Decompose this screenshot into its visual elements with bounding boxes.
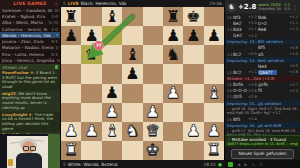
black-eval: +1.0 <box>289 52 298 56</box>
white-rook: ♜ <box>64 142 78 158</box>
move-list: 12.Nf3+1.0Bd6+1.1Be2+1.0O-O+1.113.Bd3+1.… <box>225 14 300 135</box>
black-eval: +2.7 <box>289 83 298 87</box>
chat-message: PawnPusher ♛: If Board 1-3 RUST but the … <box>0 70 60 91</box>
square-e1[interactable]: ♚ <box>143 141 163 160</box>
square-g6[interactable] <box>183 45 203 64</box>
square-h6[interactable] <box>204 45 224 64</box>
white-move[interactable]: Bc2 <box>233 70 248 75</box>
black-bishop: ♝ <box>105 9 119 25</box>
board-number: 5 <box>63 162 66 167</box>
black-knight: ♞ <box>166 47 180 63</box>
game-row[interactable]: Sorensen – Gwadera, W.0-1 <box>0 7 60 13</box>
engine-info: depth 24/56 · 2.1 MN/s Stockfish 16 · 4 … <box>258 3 290 11</box>
square-g1[interactable] <box>183 141 203 160</box>
black-eval: +0.8 <box>289 46 298 50</box>
square-e3[interactable]: ♟ <box>143 103 163 122</box>
white-queen: ♛ <box>146 123 160 139</box>
square-a6[interactable] <box>61 45 81 64</box>
square-f3[interactable] <box>163 103 183 122</box>
games-rows: Sorensen – Gwadera, W.0-1Kratek – Ngbod,… <box>0 7 60 64</box>
square-h1[interactable]: ♜ <box>204 141 224 160</box>
square-d5[interactable]: ♟ <box>122 64 142 83</box>
white-pawn: ♟ <box>166 85 180 101</box>
white-move[interactable]: Bd3 <box>233 27 248 32</box>
square-f7[interactable]: ♟ <box>163 26 183 45</box>
white-pawn: ♟ <box>105 104 119 120</box>
stream-app: LIVE GAMES ⌕ Sorensen – Gwadera, W.0-1Kr… <box>0 0 300 168</box>
square-c7[interactable] <box>102 26 122 45</box>
square-d3[interactable] <box>122 103 142 122</box>
webcam-glasses-left <box>23 146 29 151</box>
game-row[interactable]: Kira – Lalita, Helena0-1 <box>0 51 60 57</box>
black-move[interactable]: f5 <box>258 88 275 93</box>
black-king: ♚ <box>186 9 200 25</box>
white-player-name: White: Wanda, Bozena <box>68 162 118 167</box>
square-h7[interactable]: ♟ <box>204 26 224 45</box>
game-row[interactable]: Jovana – Zbar, Ziola0-1 <box>0 38 60 44</box>
game-pairing: Sorensen – Gwadera, W. <box>2 8 53 13</box>
game-score: ½-½ <box>54 58 60 63</box>
black-eval: +1.1 <box>289 15 298 19</box>
games-list-title: LIVE GAMES <box>13 1 46 6</box>
game-pairing: Makaran – Nadasi, Elena <box>2 45 53 50</box>
black-pawn: ♟ <box>207 28 221 44</box>
game-score: 0-1 <box>49 39 58 44</box>
square-h3[interactable] <box>204 103 224 122</box>
game-row[interactable]: Catharina – Semisi, N.1-0 <box>0 26 60 32</box>
black-eval: +1.1 <box>289 21 298 25</box>
toolbar-icon-0[interactable]: ◀ <box>237 162 240 167</box>
black-move[interactable]: Re8 <box>258 27 275 32</box>
square-g4[interactable] <box>183 84 203 103</box>
search-icon[interactable]: ⌕ <box>55 0 58 7</box>
game-pairing: Alba – Weiss, Marta <box>2 20 43 25</box>
webcam-mug <box>8 159 13 166</box>
kebab-menu-icon[interactable]: ⋮ <box>292 4 298 11</box>
game-row[interactable]: Kratek – Ngbod, Kira1-0 <box>0 13 60 19</box>
white-pawn: ♟ <box>84 123 98 139</box>
square-h2[interactable]: ♟ <box>204 122 224 141</box>
engine-name: Stockfish 16 · 4 lines <box>258 7 290 11</box>
black-pawn: ♟ <box>64 28 78 44</box>
square-f1[interactable] <box>163 141 183 160</box>
square-c6[interactable] <box>102 45 122 64</box>
square-b1[interactable] <box>81 141 101 160</box>
game-pairing: Jinca – Herencz, Angelika <box>2 58 54 63</box>
webcam-feed <box>0 134 60 168</box>
toolbar-icon-3[interactable]: ✕ <box>259 162 263 167</box>
square-g3[interactable] <box>183 103 203 122</box>
square-d1[interactable] <box>122 141 142 160</box>
black-eval: +0.9 <box>289 64 298 68</box>
game-pairing: Kira – Lalita, Helena <box>2 52 44 57</box>
chat-messages: PawnPusher ♛: If Board 1-3 RUST but the … <box>0 70 60 134</box>
webcam-glasses-right <box>30 146 36 151</box>
white-eval: +0.9 <box>248 52 258 56</box>
white-bishop: ♝ <box>105 123 119 139</box>
square-d6[interactable]: ♝ <box>122 45 142 64</box>
game-score: 1-0 <box>49 27 58 32</box>
square-f4[interactable]: ♟ <box>163 84 183 103</box>
webcam-person-shirt <box>16 153 42 168</box>
square-b3[interactable] <box>81 103 101 122</box>
mistake-banner: ✓ Mistake avoided · 3 found Qb6?? drops … <box>225 135 300 147</box>
square-a5[interactable] <box>61 64 81 83</box>
square-e5[interactable] <box>143 64 163 83</box>
square-c3[interactable]: ♟ <box>102 103 122 122</box>
game-pairing: Catharina – Semisi, N. <box>2 27 48 32</box>
game-pairing: Kratek – Ngbod, Kira <box>2 14 45 19</box>
square-f8[interactable]: ♜ <box>163 7 183 26</box>
engine-eval: +2.8 <box>238 3 256 11</box>
square-c5[interactable] <box>102 64 122 83</box>
chat-message: LizzyKnight ♛: The trade on b6 is forced… <box>0 112 60 133</box>
white-eval: +1.0 <box>248 15 258 19</box>
white-eval: +1.1 <box>248 27 258 31</box>
square-a4[interactable] <box>61 84 81 103</box>
white-eval: +2.8 <box>248 83 258 87</box>
white-move[interactable]: Bxf6 <box>233 82 248 87</box>
square-g7[interactable]: ♟ <box>183 26 203 45</box>
white-clock: 28:01 <box>203 162 216 167</box>
game-score: 0-1 <box>49 52 58 57</box>
square-a1[interactable]: ♜ <box>61 141 81 160</box>
white-king: ♚ <box>146 142 160 158</box>
black-eval: +1.2 <box>289 27 298 31</box>
chat-header: Stream chat <box>0 64 60 70</box>
engine-on-icon[interactable] <box>228 162 233 167</box>
white-player-bar: 5 White: Wanda, Bozena 28:01 ● <box>60 160 225 168</box>
game-score: 1-0 <box>49 14 58 19</box>
square-e2[interactable]: ♛ <box>143 122 163 141</box>
square-d2[interactable]: ♞ <box>122 122 142 141</box>
game-score: * <box>54 33 58 38</box>
white-eval: +1.4 <box>248 117 258 121</box>
black-move[interactable]: Ne4 <box>258 64 275 69</box>
square-g2[interactable]: ♟ <box>183 122 203 141</box>
white-eval: +1.1 <box>248 70 258 74</box>
black-pawn: ♟ <box>105 85 119 101</box>
black-move[interactable]: Qb6?? <box>258 70 277 75</box>
square-c2[interactable]: ♝ <box>102 122 122 141</box>
white-pawn: ♟ <box>64 123 78 139</box>
connection-dot: ● <box>218 162 222 167</box>
square-h4[interactable]: ♝ <box>204 84 224 103</box>
square-a2[interactable]: ♟ <box>61 122 81 141</box>
black-player-bar: 5 LIVE Black: Herencso, Vak 29:06 <box>60 0 225 7</box>
engine-header: ♞ +2.8 depth 24/56 · 2.1 MN/s Stockfish … <box>225 0 300 14</box>
black-pawn: ♟ <box>166 28 180 44</box>
square-d4[interactable] <box>122 84 142 103</box>
black-pawn: ♟ <box>186 28 200 44</box>
square-f5[interactable] <box>163 64 183 83</box>
square-b8[interactable] <box>81 7 101 26</box>
games-list-header: LIVE GAMES ⌕ <box>0 0 60 7</box>
board-number: 5 <box>63 1 66 6</box>
black-move[interactable]: Bd6 <box>258 15 275 20</box>
toolbar-icon-1[interactable]: ▶ <box>244 162 247 167</box>
game-pairing: Jovana – Zbar, Ziola <box>2 39 44 44</box>
square-a3[interactable] <box>61 103 81 122</box>
square-b5[interactable] <box>81 64 101 83</box>
square-b4[interactable] <box>81 84 101 103</box>
game-row[interactable]: Alba – Weiss, Marta½-½ <box>0 20 60 26</box>
white-eval: +2.8 <box>248 95 258 99</box>
square-e7[interactable] <box>143 26 163 45</box>
square-f2[interactable] <box>163 122 183 141</box>
game-score: 1-0 <box>53 45 60 50</box>
square-g8[interactable]: ♚ <box>183 7 203 26</box>
black-move[interactable]: gxf6 <box>258 82 275 87</box>
banner-subtext: Qb6?? drops a piece to 15. Bxf6 — engine… <box>227 142 298 146</box>
panel-toolbar: ◀▶≡✕ <box>225 160 300 168</box>
black-pawn: ♟ <box>125 66 139 82</box>
toolbar-icon-2[interactable]: ≡ <box>251 162 255 167</box>
white-move[interactable]: O-O-O <box>233 88 248 93</box>
square-g5[interactable] <box>183 64 203 83</box>
black-clock: 29:06 <box>209 1 222 6</box>
game-score: ½-½ <box>46 20 58 25</box>
white-eval: +1.2 <box>248 34 258 38</box>
chat-panel: Stream chat PawnPusher ♛: If Board 1-3 R… <box>0 64 60 134</box>
black-move[interactable]: a5 <box>258 52 275 57</box>
square-b2[interactable]: ♟ <box>81 122 101 141</box>
game-pairing: Wanda – Herencso, Vak <box>2 33 51 38</box>
square-a7[interactable]: ♟ <box>61 26 81 45</box>
webcam-wall <box>48 134 60 168</box>
white-pawn: ♟ <box>207 123 221 139</box>
square-a8[interactable]: ♜ <box>61 7 81 26</box>
square-h8[interactable] <box>204 7 224 26</box>
square-e4[interactable] <box>143 84 163 103</box>
black-rook: ♜ <box>64 9 78 25</box>
live-tag: LIVE <box>68 1 79 6</box>
white-move[interactable]: Nf3 <box>233 15 248 20</box>
white-rook: ♜ <box>207 142 221 158</box>
square-e8[interactable] <box>143 7 163 26</box>
square-c8[interactable]: ♝ <box>102 7 122 26</box>
white-move[interactable]: Bf5 <box>233 117 248 122</box>
square-h5[interactable] <box>204 64 224 83</box>
analysis-panel: ♞ +2.8 depth 24/56 · 2.1 MN/s Stockfish … <box>225 0 300 168</box>
black-eval: +2.5 <box>289 89 298 93</box>
white-eval: +2.6 <box>248 89 258 93</box>
chat-live-icon <box>55 65 59 69</box>
square-d8[interactable] <box>122 7 142 26</box>
white-pawn: ♟ <box>146 104 160 120</box>
square-f6[interactable]: ♞ <box>163 45 183 64</box>
black-move[interactable]: O-O <box>258 21 275 26</box>
game-row[interactable]: Makaran – Nadasi, Elena1-0 <box>0 45 60 51</box>
chat-message: mig22: We don't know anything more about… <box>0 91 60 112</box>
black-move[interactable]: Bf5 <box>258 45 275 50</box>
game-row[interactable]: Jinca – Herencz, Angelika½-½ <box>0 57 60 63</box>
chat-title: Stream chat <box>2 65 28 70</box>
black-bishop: ♝ <box>125 47 139 63</box>
black-eval: +2.8 <box>289 70 298 74</box>
chess-board[interactable]: ♜♝♜♚♟♟♟♟♟♛♝♞♟♟♟♝♟♟♟♟♝♞♛♟♟♜♚♜?? <box>61 7 224 160</box>
game-score: 0-1 <box>53 8 60 13</box>
games-list: LIVE GAMES ⌕ Sorensen – Gwadera, W.0-1Kr… <box>0 0 60 64</box>
square-c4[interactable]: ♟ <box>102 84 122 103</box>
white-eval: +1.0 <box>248 21 258 25</box>
white-move[interactable]: Qe2 <box>233 33 248 38</box>
variation-line-text[interactable]: … gxf6 16. Qg4+ Kh8 17. Qh4 Bxf4 18. exf… <box>225 106 300 116</box>
black-player-name: Black: Herencso, Vak <box>81 1 127 6</box>
square-d7[interactable] <box>122 26 142 45</box>
engine-icon: ♞ <box>227 3 236 12</box>
white-move[interactable]: Be2 <box>233 21 248 26</box>
square-e6[interactable] <box>143 45 163 64</box>
white-move[interactable]: Qh5 <box>233 94 248 99</box>
white-pawn: ♟ <box>186 123 200 139</box>
banner-title-text: Mistake avoided · 3 found <box>232 137 286 142</box>
black-rook: ♜ <box>166 9 180 25</box>
check-icon: ✓ <box>227 137 231 142</box>
square-c1[interactable] <box>102 141 122 160</box>
white-move[interactable]: Bc2 <box>233 52 248 57</box>
white-knight: ♞ <box>125 123 139 139</box>
next-game-button[interactable]: Neues Spiel gefunden <box>231 149 294 159</box>
white-bishop: ♝ <box>207 85 221 101</box>
